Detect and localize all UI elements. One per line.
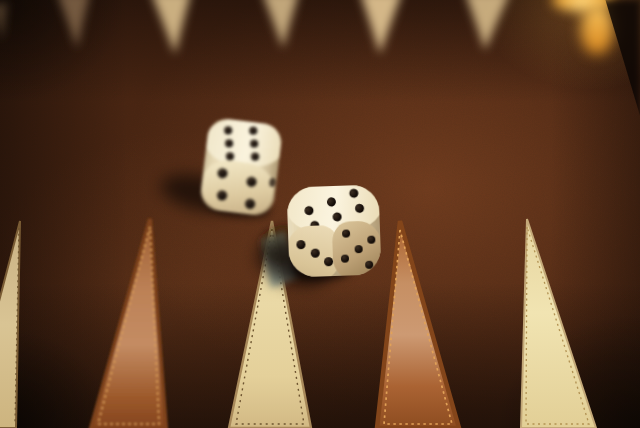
top-points-row xyxy=(0,0,640,70)
die-left[interactable] xyxy=(199,117,284,217)
top-point-4[interactable] xyxy=(360,0,402,54)
die-left-edge-pip xyxy=(269,178,276,188)
gold-object-foot xyxy=(581,4,613,54)
top-point-5[interactable] xyxy=(465,0,510,50)
top-point-1[interactable] xyxy=(57,0,90,48)
die-left-front-face-4 xyxy=(199,157,277,217)
top-half xyxy=(0,0,640,214)
top-point-sliver[interactable] xyxy=(0,2,7,40)
bottom-point-5[interactable] xyxy=(521,219,596,428)
bottom-point-1[interactable] xyxy=(0,221,20,428)
top-point-3[interactable] xyxy=(262,0,299,48)
bottom-point-2[interactable] xyxy=(91,219,166,428)
die-right[interactable] xyxy=(286,184,381,277)
top-point-2[interactable] xyxy=(151,0,191,54)
backgammon-photo xyxy=(0,0,640,428)
bottom-point-4[interactable] xyxy=(377,221,459,428)
